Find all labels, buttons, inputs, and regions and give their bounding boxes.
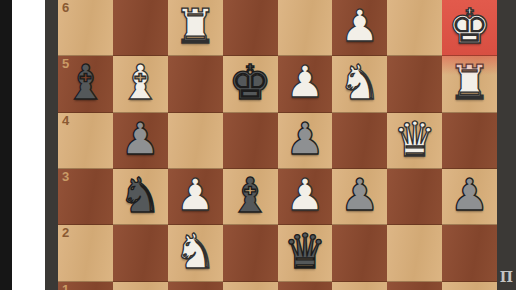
square-d3[interactable]: ♝: [223, 169, 278, 225]
square-d2[interactable]: [223, 225, 278, 281]
black-pawn-h3: ♟: [450, 173, 489, 217]
square-h4[interactable]: [442, 113, 497, 169]
square-b5[interactable]: ♝: [113, 56, 168, 112]
white-pawn-e5: ♟: [285, 60, 324, 104]
square-e6[interactable]: [278, 0, 333, 56]
square-g1[interactable]: [387, 282, 442, 290]
black-pawn-e4: ♟: [285, 117, 324, 161]
square-g4[interactable]: ♛: [387, 113, 442, 169]
square-a5[interactable]: 5♝: [58, 56, 113, 112]
black-pawn-f3: ♟: [340, 173, 379, 217]
square-h2[interactable]: [442, 225, 497, 281]
square-g3[interactable]: [387, 169, 442, 225]
white-knight-f5: ♞: [338, 58, 381, 106]
square-a4[interactable]: 4: [58, 113, 113, 169]
square-a3[interactable]: 3: [58, 169, 113, 225]
black-bishop-a5: ♝: [64, 58, 107, 106]
square-b1[interactable]: [113, 282, 168, 290]
white-bishop-b5: ♝: [119, 58, 162, 106]
white-knight-c2: ♞: [174, 227, 217, 275]
rank-label-1: 1: [62, 283, 69, 290]
square-g2[interactable]: [387, 225, 442, 281]
square-a6[interactable]: 6: [58, 0, 113, 56]
square-a1[interactable]: 1: [58, 282, 113, 290]
square-e2[interactable]: ♛: [278, 225, 333, 281]
square-c4[interactable]: [168, 113, 223, 169]
square-e1[interactable]: [278, 282, 333, 290]
square-d4[interactable]: [223, 113, 278, 169]
white-king-h6: ♚: [448, 2, 491, 50]
square-c3[interactable]: ♟: [168, 169, 223, 225]
square-e5[interactable]: ♟: [278, 56, 333, 112]
left-white-bar: [12, 0, 45, 290]
square-d5[interactable]: ♚: [223, 56, 278, 112]
black-pawn-b4: ♟: [121, 117, 160, 161]
white-rook-c6: ♜: [174, 2, 217, 50]
square-h1[interactable]: [442, 282, 497, 290]
square-e4[interactable]: ♟: [278, 113, 333, 169]
black-knight-b3: ♞: [119, 171, 162, 219]
right-gray-bar: [497, 0, 516, 290]
square-h3[interactable]: ♟: [442, 169, 497, 225]
square-c5[interactable]: [168, 56, 223, 112]
square-h5[interactable]: ♜: [442, 56, 497, 112]
white-pawn-f6: ♟: [340, 4, 379, 48]
rank-label-5: 5: [62, 57, 69, 70]
square-f4[interactable]: [332, 113, 387, 169]
left-gray-bar: [45, 0, 58, 290]
square-f5[interactable]: ♞: [332, 56, 387, 112]
black-bishop-d3: ♝: [229, 171, 272, 219]
square-f2[interactable]: [332, 225, 387, 281]
white-rook-h5: ♜: [448, 58, 491, 106]
rank-label-3: 3: [62, 170, 69, 183]
square-f3[interactable]: ♟: [332, 169, 387, 225]
square-b3[interactable]: ♞: [113, 169, 168, 225]
square-c6[interactable]: ♜: [168, 0, 223, 56]
square-e3[interactable]: ♟: [278, 169, 333, 225]
square-c2[interactable]: ♞: [168, 225, 223, 281]
square-b4[interactable]: ♟: [113, 113, 168, 169]
black-king-d5: ♚: [229, 58, 272, 106]
watermark-icon: Π: [500, 270, 513, 284]
square-d6[interactable]: [223, 0, 278, 56]
chess-board: 6♜♟♚5♝♝♚♟♞♜4♟♟♛3♞♟♝♟♟♟2♞♛1: [58, 0, 497, 290]
rank-label-6: 6: [62, 1, 69, 14]
chess-app-window: 6♜♟♚5♝♝♚♟♞♜4♟♟♛3♞♟♝♟♟♟2♞♛1 Π: [0, 0, 516, 290]
white-queen-g4: ♛: [393, 115, 436, 163]
square-a2[interactable]: 2: [58, 225, 113, 281]
square-g5[interactable]: [387, 56, 442, 112]
square-h6[interactable]: ♚: [442, 0, 497, 56]
square-f6[interactable]: ♟: [332, 0, 387, 56]
square-c1[interactable]: [168, 282, 223, 290]
square-d1[interactable]: [223, 282, 278, 290]
white-pawn-e3: ♟: [285, 173, 324, 217]
left-black-bar: [0, 0, 12, 290]
rank-label-4: 4: [62, 114, 69, 127]
square-b6[interactable]: [113, 0, 168, 56]
white-pawn-c3: ♟: [175, 173, 214, 217]
square-b2[interactable]: [113, 225, 168, 281]
square-g6[interactable]: [387, 0, 442, 56]
rank-label-2: 2: [62, 226, 69, 239]
square-f1[interactable]: [332, 282, 387, 290]
black-queen-e2: ♛: [283, 227, 326, 275]
